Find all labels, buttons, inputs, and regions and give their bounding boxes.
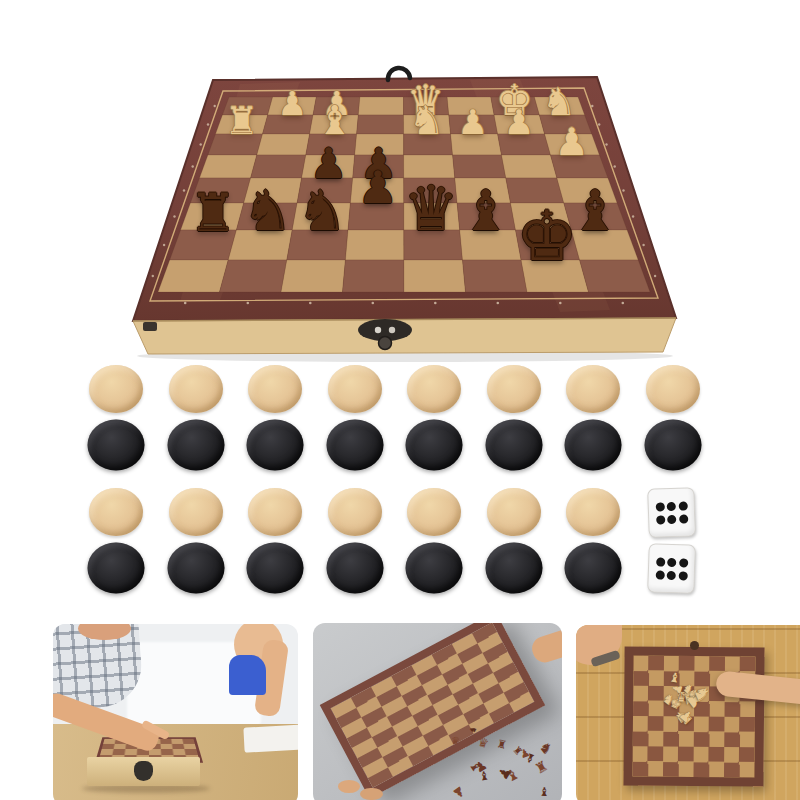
checker-piece-dark [406,543,463,594]
scattered-dark-piece: ♝ [538,785,549,797]
checker-piece-light [89,365,143,413]
checker-piece-dark [645,420,702,471]
checker-piece-dark [167,420,224,471]
die-showing-6 [647,487,696,538]
scattered-dark-piece: ♞ [537,739,556,758]
checker-piece-light [487,488,541,536]
checker-piece-light [407,365,461,413]
checker-piece-light [248,365,302,413]
checker-piece-dark [485,420,542,471]
checker-piece-dark [565,420,622,471]
scattered-dark-piece: ♞ [468,725,479,735]
checker-piece-dark [167,543,224,594]
child-blue-shirt [229,655,266,695]
checker-piece-light [169,365,223,413]
checker-piece-dark [485,543,542,594]
checker-piece-light [328,488,382,536]
die-pip [678,571,687,580]
die-showing-6 [647,543,696,594]
scattered-dark-pieces: ♟♝♜♞♟♝♛♟♜♛♜♟♝♝♝♞ [313,623,562,800]
lifestyle-photo-open-board: ♟♞♝♚♞♝♞♛♞♟♝♞♟♞ [576,625,800,800]
checker-piece-light [89,488,143,536]
checker-piece-light [248,488,302,536]
die-pip [656,557,665,566]
die-pip [667,570,676,579]
die-pip [667,557,676,566]
scattered-dark-piece: ♛ [477,736,491,751]
folding-chess-board [0,0,800,362]
checker-piece-light [487,365,541,413]
pile-light-piece: ♝ [668,670,682,685]
checker-piece-light [566,488,620,536]
checker-piece-light [169,488,223,536]
die-pip [656,515,665,524]
clasp-icon [134,761,154,781]
chess-board-photo: ♟♟♛♚♞♜♝♞♟♟♟♟♟♟♜♞♞♛♝♝♚ [0,0,800,362]
die-pip [667,501,676,510]
checker-piece-dark [88,420,145,471]
scattered-dark-piece: ♝ [478,770,490,783]
checker-piece-dark [247,543,304,594]
finger [360,788,382,800]
checker-piece-dark [326,543,383,594]
die-pip [678,501,687,510]
product-image: ♟♟♛♚♞♜♝♞♟♟♟♟♟♟♜♞♞♛♝♝♚ ♟♝♜♞♟♝♛♟♜♛♜♟♝♝♝♞ ♟… [0,0,800,800]
checker-piece-dark [326,420,383,471]
lifestyle-photo-folded-board: ♟♝♜♞♟♝♛♟♜♛♜♟♝♝♝♞ [313,623,562,800]
notebook [243,724,298,753]
checker-piece-dark [565,543,622,594]
scattered-dark-piece: ♜ [495,737,507,750]
scattered-dark-piece: ♛ [451,736,461,747]
scattered-dark-piece: ♟ [451,784,468,800]
checker-piece-dark [406,420,463,471]
die-pip [679,558,688,567]
die-pip [679,514,688,523]
die-pip [655,502,664,511]
checker-piece-light [407,488,461,536]
lifestyle-photo-family [53,624,298,800]
checker-piece-dark [88,543,145,594]
checker-piece-light [646,365,700,413]
die-pip [667,514,676,523]
die-pip [655,570,664,579]
checker-piece-dark [247,420,304,471]
checker-piece-light [328,365,382,413]
checker-piece-light [566,365,620,413]
